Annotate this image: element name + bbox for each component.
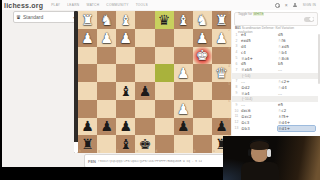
fen-input[interactable]: r3kb1r/p1p2ppp/2P5/4pb2/Q1P5/1K6/PP3PPP/…	[98, 160, 202, 163]
black-move[interactable]: b5	[278, 61, 315, 66]
board-square[interactable]: 5	[212, 82, 231, 100]
board-square[interactable]: ♟	[78, 118, 97, 136]
move-number: 1	[232, 33, 241, 37]
white-pawn-piece: ♟	[120, 31, 133, 45]
black-move[interactable]: ♘c2+	[278, 79, 315, 84]
move-row: 1e4d5	[232, 32, 318, 38]
board-square[interactable]	[78, 100, 97, 118]
white-queen-piece: ♛	[215, 66, 228, 80]
white-king-piece: ♚	[196, 48, 209, 62]
move-number: 5	[232, 56, 241, 60]
move-list-scrollbar[interactable]	[318, 34, 320, 84]
board-square[interactable]: d	[155, 135, 174, 153]
fen-bar: FEN r3kb1r/p1p2ppp/2P5/4pb2/Q1P5/1K6/PP3…	[84, 154, 240, 168]
board-square[interactable]	[193, 100, 212, 118]
board-square[interactable]	[135, 29, 154, 47]
move-number: 9	[232, 103, 241, 107]
board-square[interactable]: ♝	[116, 11, 135, 29]
move-row: 10dxc6♘c2	[232, 108, 318, 114]
sign-in-button[interactable]: SIGN IN	[303, 3, 316, 7]
streamer-webcam	[223, 136, 320, 180]
board-square[interactable]	[155, 29, 174, 47]
file-coordinate: f	[117, 150, 118, 153]
file-coordinate: g	[98, 150, 100, 153]
move-number: 10	[232, 109, 241, 113]
black-pawn-piece: ♟	[100, 119, 113, 133]
white-move[interactable]: ♕a4+	[241, 56, 278, 61]
board-square[interactable]: 3	[212, 47, 231, 65]
board-square[interactable]	[155, 118, 174, 136]
move-row: 6d5b5	[232, 61, 318, 67]
move-number: 7	[232, 79, 241, 83]
black-move[interactable]: ♘b4	[278, 50, 315, 55]
board-square[interactable]	[193, 82, 212, 100]
move-row: 9♕a4…	[232, 90, 318, 96]
board-square[interactable]: ♟	[78, 29, 97, 47]
board-square[interactable]	[78, 47, 97, 65]
fen-label: FEN	[88, 159, 96, 164]
board-square[interactable]: ♝f	[116, 135, 135, 153]
rank-coordinate: 3	[228, 47, 230, 50]
menu-item-learn[interactable]: LEARN	[67, 3, 79, 7]
white-rook-piece: ♜	[215, 13, 228, 27]
file-coordinate: d	[156, 150, 158, 153]
file-coordinate: a	[213, 150, 215, 153]
black-move[interactable]: d5	[278, 32, 315, 37]
move-row: 5♕a4+♘8c6	[232, 55, 318, 61]
board-square[interactable]	[135, 118, 154, 136]
opening-name: B01 Scandinavian Defense: Kiel Variation	[235, 26, 317, 30]
engine-toggle-switch[interactable]	[304, 17, 314, 22]
black-pawn-piece: ♟	[215, 119, 228, 133]
black-move[interactable]: ♗f5+	[278, 114, 315, 119]
board-square[interactable]	[116, 47, 135, 65]
file-coordinate: c	[175, 150, 177, 153]
move-row: 2exd5♘f6	[232, 38, 318, 44]
black-pawn-piece: ♟	[139, 84, 152, 98]
engine-toggle-box: Toggle for WHITE evaluation	[234, 12, 318, 26]
board-square[interactable]: ♟	[116, 29, 135, 47]
white-pawn-piece: ♟	[215, 31, 228, 45]
white-pawn-piece: ♟	[177, 102, 190, 116]
white-move[interactable]: …	[241, 79, 278, 84]
white-pawn-piece: ♟	[196, 31, 209, 45]
move-list: 1e4d52exd5♘f63d4♘xd54c4♘b45♕a4+♘8c66d5b5…	[232, 32, 318, 131]
move-row: 8♔d2♘d4	[232, 84, 318, 90]
board-square[interactable]: ♟	[116, 118, 135, 136]
menu-item-watch[interactable]: WATCH	[86, 3, 99, 7]
move-row: 7♕xb5…	[232, 67, 318, 73]
black-move[interactable]: ♘f6	[278, 38, 315, 43]
menu-item-community[interactable]: COMMUNITY	[106, 3, 128, 7]
file-coordinate: h	[79, 150, 81, 153]
move-number: 13	[232, 126, 241, 130]
main-menu: PLAY LEARN WATCH COMMUNITY TOOLS	[51, 3, 148, 7]
black-queen-piece: ♛	[158, 13, 171, 27]
move-row: 11♔xc2♗f5+	[232, 114, 318, 120]
board-square[interactable]	[78, 82, 97, 100]
board-square[interactable]	[155, 82, 174, 100]
move-row: 4c4♘b4	[232, 49, 318, 55]
file-coordinate: e	[136, 150, 138, 153]
board-square[interactable]	[193, 64, 212, 82]
white-rook-piece: ♜	[81, 13, 94, 27]
file-coordinate: b	[194, 150, 196, 153]
board-square[interactable]: ♟	[174, 64, 193, 82]
white-move[interactable]: …	[241, 102, 278, 107]
move-number: 3	[232, 44, 241, 48]
white-move[interactable]: dxc6	[241, 108, 278, 113]
board-square[interactable]	[97, 47, 116, 65]
user-icon[interactable]	[293, 3, 298, 8]
black-pawn-piece: ♟	[81, 119, 94, 133]
rank-coordinate: 4	[228, 65, 230, 68]
headphones-left-cup	[248, 149, 251, 156]
move-row: 3d4♘xd5	[232, 44, 318, 50]
board-square[interactable]	[155, 100, 174, 118]
board-square[interactable]	[174, 29, 193, 47]
move-row: 12♔c3♕d4+	[232, 119, 318, 125]
white-bishop-piece: ♝	[177, 13, 190, 27]
board-square[interactable]	[174, 47, 193, 65]
board-square[interactable]	[193, 118, 212, 136]
zen-mode-icon[interactable]: ×	[285, 3, 288, 8]
white-move[interactable]: ♕xb5	[241, 67, 278, 72]
headphones-right-cup	[267, 149, 271, 157]
board-square[interactable]: b	[193, 135, 212, 153]
white-move[interactable]: ♔xc2	[241, 114, 278, 119]
move-number: 4	[232, 50, 241, 54]
black-move[interactable]: e5	[278, 102, 315, 107]
black-move[interactable]: ♘xd5	[278, 44, 315, 49]
move-number: 2	[232, 39, 241, 43]
board-square[interactable]: ♞	[193, 11, 212, 29]
board-square[interactable]	[174, 82, 193, 100]
white-move[interactable]: ♔c3	[241, 120, 278, 125]
move-row: 13♔b3♕d1+	[232, 125, 318, 131]
board-square[interactable]: ♜1	[212, 11, 231, 29]
top-nav-bar: lichess.org PLAY LEARN WATCH COMMUNITY T…	[0, 0, 320, 10]
black-move[interactable]: ♕d1+	[278, 126, 315, 131]
letterbox-left	[0, 0, 2, 180]
move-number: 12	[232, 120, 241, 124]
black-pawn-piece: ♟	[177, 119, 190, 133]
search-icon[interactable]	[275, 3, 280, 8]
black-move[interactable]: ♘8c6	[278, 56, 315, 61]
white-move[interactable]: e4	[241, 32, 278, 37]
board-square[interactable]	[135, 11, 154, 29]
black-bishop-piece: ♝	[120, 137, 133, 151]
board-square[interactable]	[78, 64, 97, 82]
menu-item-tools[interactable]: TOOLS	[136, 3, 148, 7]
board-square[interactable]: ♛	[155, 11, 174, 29]
board-square[interactable]: ♜	[78, 11, 97, 29]
white-pawn-piece: ♟	[81, 31, 94, 45]
black-move[interactable]: ♘c2	[278, 108, 315, 113]
black-rook-piece: ♜	[81, 137, 94, 151]
rank-coordinate: 2	[228, 29, 230, 32]
white-move[interactable]: c4	[241, 50, 278, 55]
board-square[interactable]	[135, 100, 154, 118]
board-square[interactable]	[135, 47, 154, 65]
engine-toggle-label: Toggle for WHITE	[238, 12, 264, 16]
board-square[interactable]	[97, 64, 116, 82]
black-pawn-piece: ♟	[120, 119, 133, 133]
rank-coordinate: 7	[228, 118, 230, 121]
black-move[interactable]: ♕d4+	[278, 120, 315, 125]
board-square[interactable]: g	[97, 135, 116, 153]
move-row: 7…♘c2+	[232, 79, 318, 85]
board-square[interactable]: ♝	[116, 82, 135, 100]
white-knight-piece: ♞	[196, 13, 209, 27]
variant-selector[interactable]: ♛ Standard ▾	[13, 11, 78, 23]
move-number: 7	[232, 68, 241, 72]
board-square[interactable]: ♜h	[78, 135, 97, 153]
chess-board[interactable]: ♜♞♝♛♝♞♜1♟♟♟♟♟2♚3♟♛4♝♟5♟6♟♟♟♟♟7♜hg♝f♚edcb…	[78, 11, 231, 153]
board-square[interactable]: ♟7	[212, 118, 231, 136]
board-square[interactable]: ♟	[97, 29, 116, 47]
move-number: 9	[232, 91, 241, 95]
rank-coordinate: 1	[228, 12, 230, 15]
board-square[interactable]	[116, 100, 135, 118]
board-square[interactable]	[155, 64, 174, 82]
board-square[interactable]	[97, 100, 116, 118]
white-pawn-piece: ♟	[100, 31, 113, 45]
board-square[interactable]	[116, 64, 135, 82]
board-square[interactable]: ♟	[97, 118, 116, 136]
board-square[interactable]: ♞	[97, 11, 116, 29]
white-move[interactable]: d5	[241, 61, 278, 66]
board-square[interactable]	[135, 64, 154, 82]
white-move[interactable]: d4	[241, 44, 278, 49]
white-knight-piece: ♞	[100, 13, 113, 27]
board-square[interactable]: ♟	[135, 82, 154, 100]
streamer-body	[241, 162, 279, 180]
board-square[interactable]: ♟	[174, 100, 193, 118]
white-move[interactable]: ♕a4	[241, 91, 278, 96]
rank-coordinate: 6	[228, 100, 230, 103]
menu-item-play[interactable]: PLAY	[51, 3, 60, 7]
black-bishop-piece: ♝	[120, 84, 133, 98]
queen-crown-icon: ♛	[16, 14, 21, 20]
board-square[interactable]	[155, 47, 174, 65]
white-move[interactable]: exd5	[241, 38, 278, 43]
rank-coordinate: 5	[228, 83, 230, 86]
board-square[interactable]	[97, 82, 116, 100]
move-number: 11	[232, 114, 241, 118]
white-move[interactable]: ♔d2	[241, 85, 278, 90]
white-move[interactable]: ♔b3	[241, 126, 278, 131]
variant-label: Standard	[23, 14, 43, 20]
board-square[interactable]: ♚e	[135, 135, 154, 153]
board-square[interactable]: ♝	[174, 11, 193, 29]
black-king-piece: ♚	[139, 137, 152, 151]
board-square[interactable]: ♚	[193, 47, 212, 65]
white-bishop-piece: ♝	[120, 13, 133, 27]
board-square[interactable]: c	[174, 135, 193, 153]
lichess-logo[interactable]: lichess.org	[4, 2, 43, 9]
black-move[interactable]: …	[278, 67, 315, 72]
move-number: 6	[232, 62, 241, 66]
board-square[interactable]: 6	[212, 100, 231, 118]
board-square[interactable]: ♛4	[212, 64, 231, 82]
board-square[interactable]: ♟2	[212, 29, 231, 47]
move-row: 9…e5	[232, 102, 318, 108]
black-move[interactable]: ♘d4	[278, 85, 315, 90]
black-move[interactable]: …	[278, 91, 315, 96]
board-square[interactable]: ♟	[174, 118, 193, 136]
move-number: 8	[232, 85, 241, 89]
white-pawn-piece: ♟	[177, 66, 190, 80]
board-square[interactable]: ♟	[193, 29, 212, 47]
